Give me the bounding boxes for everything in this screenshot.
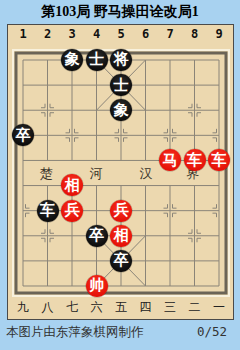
move-counter: 0/52 bbox=[197, 324, 227, 339]
xiangqi-piece-red[interactable]: 马 bbox=[159, 149, 181, 171]
xiangqi-piece-red[interactable]: 车 bbox=[184, 149, 206, 171]
xiangqi-piece-red[interactable]: 帅 bbox=[86, 275, 108, 297]
xiangqi-piece-red[interactable]: 相 bbox=[110, 225, 132, 247]
xiangqi-piece-black[interactable]: 士 bbox=[110, 74, 132, 96]
file-label: 三 bbox=[158, 299, 182, 316]
file-label: 二 bbox=[183, 299, 207, 316]
xiangqi-piece-black[interactable]: 卒 bbox=[110, 250, 132, 272]
file-label: 四 bbox=[134, 299, 158, 316]
xiangqi-piece-black[interactable]: 车 bbox=[37, 200, 59, 222]
file-label: 八 bbox=[36, 299, 60, 316]
pieces-grid: 象士将士象卒马车车相车兵兵卒相卒帅 bbox=[11, 47, 232, 298]
footer-credit: 本图片由东萍象棋网制作 bbox=[6, 324, 144, 341]
file-label: 六 bbox=[85, 299, 109, 316]
file-label: 九 bbox=[11, 299, 35, 316]
xiangqi-piece-red[interactable]: 兵 bbox=[61, 200, 83, 222]
xiangqi-piece-black[interactable]: 将 bbox=[110, 49, 132, 71]
xiangqi-piece-red[interactable]: 兵 bbox=[110, 200, 132, 222]
file-label: 一 bbox=[207, 299, 231, 316]
xiangqi-piece-black[interactable]: 象 bbox=[61, 49, 83, 71]
xiangqi-piece-red[interactable]: 相 bbox=[61, 174, 83, 196]
board-panel: 123456789 楚河汉界 象士将士象卒马车车相车兵兵卒相卒帅 九八七六五四三… bbox=[7, 24, 234, 320]
xiangqi-piece-black[interactable]: 卒 bbox=[86, 225, 108, 247]
xiangqi-piece-black[interactable]: 士 bbox=[86, 49, 108, 71]
file-label: 七 bbox=[60, 299, 84, 316]
page-title: 第103局 野马操田诠改局1 bbox=[0, 3, 240, 21]
file-label: 五 bbox=[109, 299, 133, 316]
xiangqi-piece-red[interactable]: 车 bbox=[208, 149, 230, 171]
xiangqi-piece-black[interactable]: 卒 bbox=[12, 124, 34, 146]
xiangqi-piece-black[interactable]: 象 bbox=[110, 99, 132, 121]
